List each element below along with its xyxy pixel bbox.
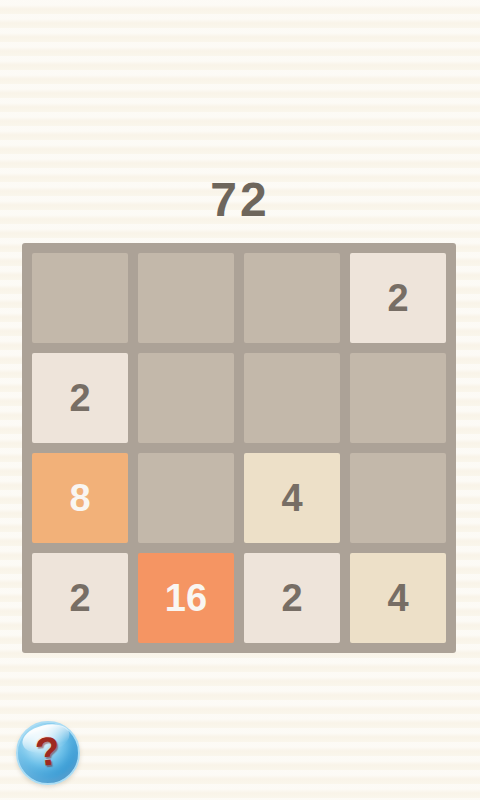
score-value: 72 [0,176,480,224]
tile-2-r4c1: 2 [32,553,128,643]
tile-2-r2c1: 2 [32,353,128,443]
tile-16-r4c2: 16 [138,553,234,643]
tile-8-r3c1: 8 [32,453,128,543]
tile-2-r1c4: 2 [350,253,446,343]
board[interactable]: 228421624 [22,243,456,653]
empty-cell-r3c2 [138,453,234,543]
empty-cell-r1c3 [244,253,340,343]
empty-cell-r3c4 [350,453,446,543]
empty-cell-r2c3 [244,353,340,443]
help-button[interactable]: ? [16,721,80,785]
tile-4-r3c3: 4 [244,453,340,543]
question-mark-icon: ? [14,718,81,785]
tile-2-r4c3: 2 [244,553,340,643]
game-screen: 72 228421624 ? [0,0,480,800]
empty-cell-r2c2 [138,353,234,443]
empty-cell-r1c1 [32,253,128,343]
empty-cell-r2c4 [350,353,446,443]
tile-4-r4c4: 4 [350,553,446,643]
empty-cell-r1c2 [138,253,234,343]
